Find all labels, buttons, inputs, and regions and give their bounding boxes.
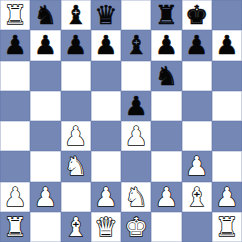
square-c5[interactable]: [61, 91, 91, 121]
piece-white-king[interactable]: ♚: [124, 214, 147, 240]
square-c6[interactable]: [61, 61, 91, 91]
piece-white-pawn[interactable]: ♟: [155, 184, 178, 210]
square-d4[interactable]: [91, 121, 121, 151]
square-h7[interactable]: ♟: [212, 30, 242, 60]
square-b1[interactable]: [30, 212, 60, 242]
piece-black-pawn[interactable]: ♟: [215, 32, 238, 58]
piece-white-pawn[interactable]: ♟: [215, 184, 238, 210]
piece-white-pawn[interactable]: ♟: [64, 123, 87, 149]
piece-black-knight[interactable]: ♞: [34, 2, 57, 28]
square-f8[interactable]: ♜: [151, 0, 181, 30]
square-h4[interactable]: [212, 121, 242, 151]
square-b7[interactable]: ♟: [30, 30, 60, 60]
square-d2[interactable]: ♟: [91, 182, 121, 212]
square-g1[interactable]: [182, 212, 212, 242]
square-e5[interactable]: ♟: [121, 91, 151, 121]
piece-white-pawn[interactable]: ♟: [185, 153, 208, 179]
square-e6[interactable]: [121, 61, 151, 91]
square-f7[interactable]: ♟: [151, 30, 181, 60]
piece-white-bishop[interactable]: ♝: [64, 214, 87, 240]
square-f6[interactable]: ♞: [151, 61, 181, 91]
square-a7[interactable]: ♟: [0, 30, 30, 60]
square-a3[interactable]: [0, 151, 30, 181]
square-c8[interactable]: ♝: [61, 0, 91, 30]
piece-white-pawn[interactable]: ♟: [94, 184, 117, 210]
square-a1[interactable]: ♜: [0, 212, 30, 242]
square-g2[interactable]: ♝: [182, 182, 212, 212]
piece-white-pawn[interactable]: ♟: [3, 184, 26, 210]
square-e7[interactable]: ♝: [121, 30, 151, 60]
square-c4[interactable]: ♟: [61, 121, 91, 151]
piece-black-rook[interactable]: ♜: [155, 2, 178, 28]
square-d7[interactable]: ♟: [91, 30, 121, 60]
piece-black-queen[interactable]: ♛: [94, 2, 117, 28]
square-d6[interactable]: [91, 61, 121, 91]
square-a4[interactable]: [0, 121, 30, 151]
square-f5[interactable]: [151, 91, 181, 121]
piece-black-pawn[interactable]: ♟: [64, 32, 87, 58]
square-b3[interactable]: [30, 151, 60, 181]
piece-white-rook[interactable]: ♜: [215, 214, 238, 240]
square-e8[interactable]: [121, 0, 151, 30]
square-c1[interactable]: ♝: [61, 212, 91, 242]
square-b5[interactable]: [30, 91, 60, 121]
piece-black-pawn[interactable]: ♟: [34, 32, 57, 58]
square-h3[interactable]: [212, 151, 242, 181]
square-e4[interactable]: ♟: [121, 121, 151, 151]
piece-white-knight[interactable]: ♞: [124, 184, 147, 210]
square-g7[interactable]: ♟: [182, 30, 212, 60]
square-c7[interactable]: ♟: [61, 30, 91, 60]
square-a6[interactable]: [0, 61, 30, 91]
square-f3[interactable]: [151, 151, 181, 181]
piece-white-rook[interactable]: ♜: [3, 214, 26, 240]
square-c2[interactable]: [61, 182, 91, 212]
square-e3[interactable]: [121, 151, 151, 181]
square-a5[interactable]: [0, 91, 30, 121]
square-h1[interactable]: ♜: [212, 212, 242, 242]
square-h5[interactable]: [212, 91, 242, 121]
piece-black-pawn[interactable]: ♟: [185, 32, 208, 58]
square-b2[interactable]: ♟: [30, 182, 60, 212]
piece-white-queen[interactable]: ♛: [94, 214, 117, 240]
square-b8[interactable]: ♞: [30, 0, 60, 30]
piece-black-pawn[interactable]: ♟: [155, 32, 178, 58]
square-g6[interactable]: [182, 61, 212, 91]
piece-black-pawn[interactable]: ♟: [3, 32, 26, 58]
square-a8[interactable]: ♜: [0, 0, 30, 30]
piece-white-pawn[interactable]: ♟: [34, 184, 57, 210]
square-h8[interactable]: [212, 0, 242, 30]
piece-white-bishop[interactable]: ♝: [185, 184, 208, 210]
square-g5[interactable]: [182, 91, 212, 121]
piece-black-knight[interactable]: ♞: [155, 63, 178, 89]
piece-black-pawn[interactable]: ♟: [94, 32, 117, 58]
piece-black-bishop[interactable]: ♝: [64, 2, 87, 28]
square-d8[interactable]: ♛: [91, 0, 121, 30]
square-d5[interactable]: [91, 91, 121, 121]
square-f4[interactable]: [151, 121, 181, 151]
square-e2[interactable]: ♞: [121, 182, 151, 212]
square-f2[interactable]: ♟: [151, 182, 181, 212]
piece-black-pawn[interactable]: ♟: [124, 93, 147, 119]
square-e1[interactable]: ♚: [121, 212, 151, 242]
square-a2[interactable]: ♟: [0, 182, 30, 212]
chess-board: ♜♞♝♛♜♚♟♟♟♟♝♟♟♟♞♟♟♟♞♟♟♟♟♞♟♝♟♜♝♛♚♜: [0, 0, 242, 242]
square-h6[interactable]: [212, 61, 242, 91]
square-c3[interactable]: ♞: [61, 151, 91, 181]
square-d1[interactable]: ♛: [91, 212, 121, 242]
piece-white-pawn[interactable]: ♟: [124, 123, 147, 149]
piece-white-rook[interactable]: ♜: [3, 2, 26, 28]
piece-black-king[interactable]: ♚: [185, 2, 208, 28]
piece-black-bishop[interactable]: ♝: [124, 32, 147, 58]
square-g4[interactable]: [182, 121, 212, 151]
square-g8[interactable]: ♚: [182, 0, 212, 30]
square-b4[interactable]: [30, 121, 60, 151]
square-d3[interactable]: [91, 151, 121, 181]
square-h2[interactable]: ♟: [212, 182, 242, 212]
square-b6[interactable]: [30, 61, 60, 91]
piece-white-knight[interactable]: ♞: [64, 153, 87, 179]
square-f1[interactable]: [151, 212, 181, 242]
square-g3[interactable]: ♟: [182, 151, 212, 181]
